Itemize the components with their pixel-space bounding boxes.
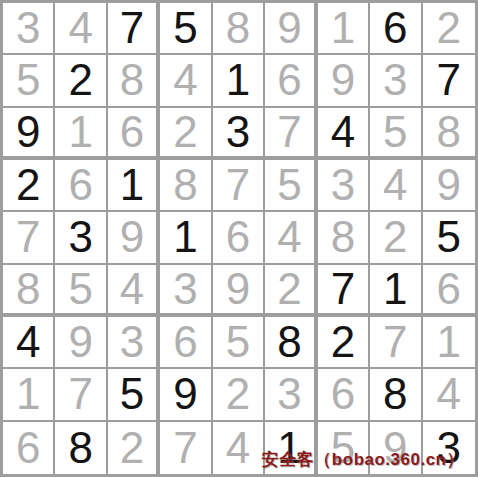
cell-r6c8[interactable]: 1 [370,265,422,317]
cell-r2c5[interactable]: 1 [213,55,265,107]
cell-r1c3[interactable]: 7 [108,3,160,55]
cell-r1c9[interactable]: 2 [423,3,475,55]
cell-r6c2[interactable]: 5 [55,265,107,317]
cell-r5c7[interactable]: 8 [318,212,370,264]
cell-r1c2[interactable]: 4 [55,3,107,55]
cell-r8c7[interactable]: 6 [318,369,370,421]
sudoku-screenshot: 3475891625284169379162374582618753497391… [0,0,478,477]
cell-r8c8[interactable]: 8 [370,369,422,421]
cell-r7c4[interactable]: 6 [160,317,212,369]
cell-r5c6[interactable]: 4 [265,212,317,264]
cell-r3c7[interactable]: 4 [318,108,370,160]
cell-r9c1[interactable]: 6 [3,422,55,474]
cell-r3c8[interactable]: 5 [370,108,422,160]
cell-r8c2[interactable]: 7 [55,369,107,421]
cell-r3c1[interactable]: 9 [3,108,55,160]
cell-r6c3[interactable]: 4 [108,265,160,317]
cell-r6c4[interactable]: 3 [160,265,212,317]
cell-r4c2[interactable]: 6 [55,160,107,212]
cell-r9c6[interactable]: 1 [265,422,317,474]
cell-r6c7[interactable]: 7 [318,265,370,317]
cell-r4c9[interactable]: 9 [423,160,475,212]
cell-r7c1[interactable]: 4 [3,317,55,369]
cell-r3c9[interactable]: 8 [423,108,475,160]
cell-r9c4[interactable]: 7 [160,422,212,474]
cell-r3c3[interactable]: 6 [108,108,160,160]
cell-r3c4[interactable]: 2 [160,108,212,160]
cell-r4c6[interactable]: 5 [265,160,317,212]
cell-r1c6[interactable]: 9 [265,3,317,55]
cell-r2c3[interactable]: 8 [108,55,160,107]
sudoku-board: 3475891625284169379162374582618753497391… [0,0,478,477]
cell-r2c6[interactable]: 6 [265,55,317,107]
cell-r4c7[interactable]: 3 [318,160,370,212]
cell-r2c7[interactable]: 9 [318,55,370,107]
cell-r3c6[interactable]: 7 [265,108,317,160]
cell-r4c1[interactable]: 2 [3,160,55,212]
cell-r4c3[interactable]: 1 [108,160,160,212]
cell-r8c3[interactable]: 5 [108,369,160,421]
cell-r6c9[interactable]: 6 [423,265,475,317]
cell-r6c6[interactable]: 2 [265,265,317,317]
cell-r2c4[interactable]: 4 [160,55,212,107]
cell-r3c5[interactable]: 3 [213,108,265,160]
cell-r9c2[interactable]: 8 [55,422,107,474]
cell-r6c5[interactable]: 9 [213,265,265,317]
cell-r7c5[interactable]: 5 [213,317,265,369]
cell-r1c4[interactable]: 5 [160,3,212,55]
cell-r9c5[interactable]: 4 [213,422,265,474]
cell-r7c7[interactable]: 2 [318,317,370,369]
cell-r9c8[interactable]: 9 [370,422,422,474]
cell-r4c8[interactable]: 4 [370,160,422,212]
cell-r2c1[interactable]: 5 [3,55,55,107]
cell-r7c3[interactable]: 3 [108,317,160,369]
cell-r7c2[interactable]: 9 [55,317,107,369]
cell-r8c6[interactable]: 3 [265,369,317,421]
cell-r1c1[interactable]: 3 [3,3,55,55]
cell-r1c5[interactable]: 8 [213,3,265,55]
cell-r5c8[interactable]: 2 [370,212,422,264]
cell-r5c2[interactable]: 3 [55,212,107,264]
cell-r4c4[interactable]: 8 [160,160,212,212]
cell-r5c1[interactable]: 7 [3,212,55,264]
cell-r8c1[interactable]: 1 [3,369,55,421]
cell-r7c8[interactable]: 7 [370,317,422,369]
cell-r2c2[interactable]: 2 [55,55,107,107]
cell-r9c3[interactable]: 2 [108,422,160,474]
cell-r8c4[interactable]: 9 [160,369,212,421]
cell-r8c5[interactable]: 2 [213,369,265,421]
cell-r5c9[interactable]: 5 [423,212,475,264]
cell-r1c8[interactable]: 6 [370,3,422,55]
cell-r4c5[interactable]: 7 [213,160,265,212]
cell-r6c1[interactable]: 8 [3,265,55,317]
cell-r1c7[interactable]: 1 [318,3,370,55]
cell-r9c7[interactable]: 5 [318,422,370,474]
cell-r7c6[interactable]: 8 [265,317,317,369]
cell-r5c5[interactable]: 6 [213,212,265,264]
cell-r3c2[interactable]: 1 [55,108,107,160]
cell-r8c9[interactable]: 4 [423,369,475,421]
cell-r5c3[interactable]: 9 [108,212,160,264]
cell-r2c9[interactable]: 7 [423,55,475,107]
cell-r5c4[interactable]: 1 [160,212,212,264]
cell-r9c9[interactable]: 3 [423,422,475,474]
cell-r7c9[interactable]: 1 [423,317,475,369]
cell-r2c8[interactable]: 3 [370,55,422,107]
